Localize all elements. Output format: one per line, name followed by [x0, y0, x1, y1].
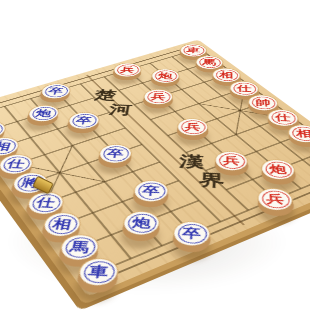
piece-glyph: 兵: [266, 193, 285, 205]
piece-face: 卒: [65, 110, 104, 132]
piece-face: 卒: [38, 81, 75, 101]
piece-glyph: 相: [51, 218, 72, 231]
piece-glyph: 兵: [185, 122, 201, 131]
piece-red-cannon[interactable]: 炮: [254, 156, 302, 184]
piece-blue-cannon[interactable]: 炮: [117, 207, 167, 240]
piece-red-soldier[interactable]: 兵: [108, 60, 146, 79]
piece-face: 兵: [210, 148, 254, 173]
piece-red-soldier[interactable]: 兵: [138, 86, 179, 107]
piece-face: 炮: [147, 67, 184, 86]
piece-glyph: 卒: [75, 116, 93, 125]
piece-glyph: 卒: [142, 185, 161, 197]
piece-face: 炮: [118, 208, 165, 239]
product-photo: 楚河漢界 車馬相仕將仕相馬車炮炮卒卒卒卒卒兵兵兵兵兵炮炮車馬相仕帥仕相馬車: [0, 0, 310, 310]
piece-glyph: 相: [219, 71, 233, 79]
piece-glyph: 仕: [275, 113, 291, 122]
piece-glyph: 仕: [6, 159, 26, 170]
piece-glyph: 仕: [35, 197, 56, 209]
piece-glyph: 兵: [150, 93, 166, 101]
piece-face: 卒: [95, 141, 137, 166]
piece-blue-soldier[interactable]: 卒: [127, 176, 175, 206]
piece-blue-soldier[interactable]: 卒: [36, 81, 75, 102]
piece-face: 兵: [172, 116, 213, 139]
piece-blue-cannon[interactable]: 炮: [24, 102, 65, 125]
piece-glyph: 馬: [202, 59, 216, 66]
piece-red-soldier[interactable]: 兵: [171, 115, 214, 139]
piece-glyph: 馬: [69, 240, 91, 254]
piece-red-soldier[interactable]: 兵: [208, 148, 254, 175]
piece-face: 炮: [25, 103, 63, 124]
piece-face: 兵: [110, 61, 146, 79]
piece-glyph: 卒: [182, 227, 201, 240]
piece-red-cannon[interactable]: 炮: [146, 66, 185, 86]
piece-glyph: 兵: [223, 156, 240, 167]
piece-glyph: 炮: [131, 217, 151, 230]
piece-face: 兵: [139, 87, 177, 107]
piece-glyph: 仕: [237, 85, 252, 93]
piece-blue-soldier[interactable]: 卒: [63, 109, 105, 132]
piece-face: 炮: [256, 157, 301, 183]
piece-glyph: 炮: [269, 164, 287, 175]
piece-glyph: 炮: [158, 72, 173, 80]
piece-blue-soldier[interactable]: 卒: [93, 141, 138, 167]
piece-glyph: 相: [295, 129, 310, 139]
piece-glyph: 兵: [120, 66, 135, 73]
piece-face: 兵: [252, 185, 299, 214]
piece-face: 卒: [129, 177, 174, 205]
piece-glyph: 卒: [106, 149, 124, 159]
piece-glyph: 車: [186, 47, 200, 54]
piece-glyph: 車: [87, 264, 109, 279]
piece-glyph: 帥: [255, 99, 271, 108]
piece-glyph: 卒: [47, 87, 64, 95]
piece-glyph: 炮: [35, 109, 53, 118]
piece-face: 卒: [168, 218, 216, 250]
